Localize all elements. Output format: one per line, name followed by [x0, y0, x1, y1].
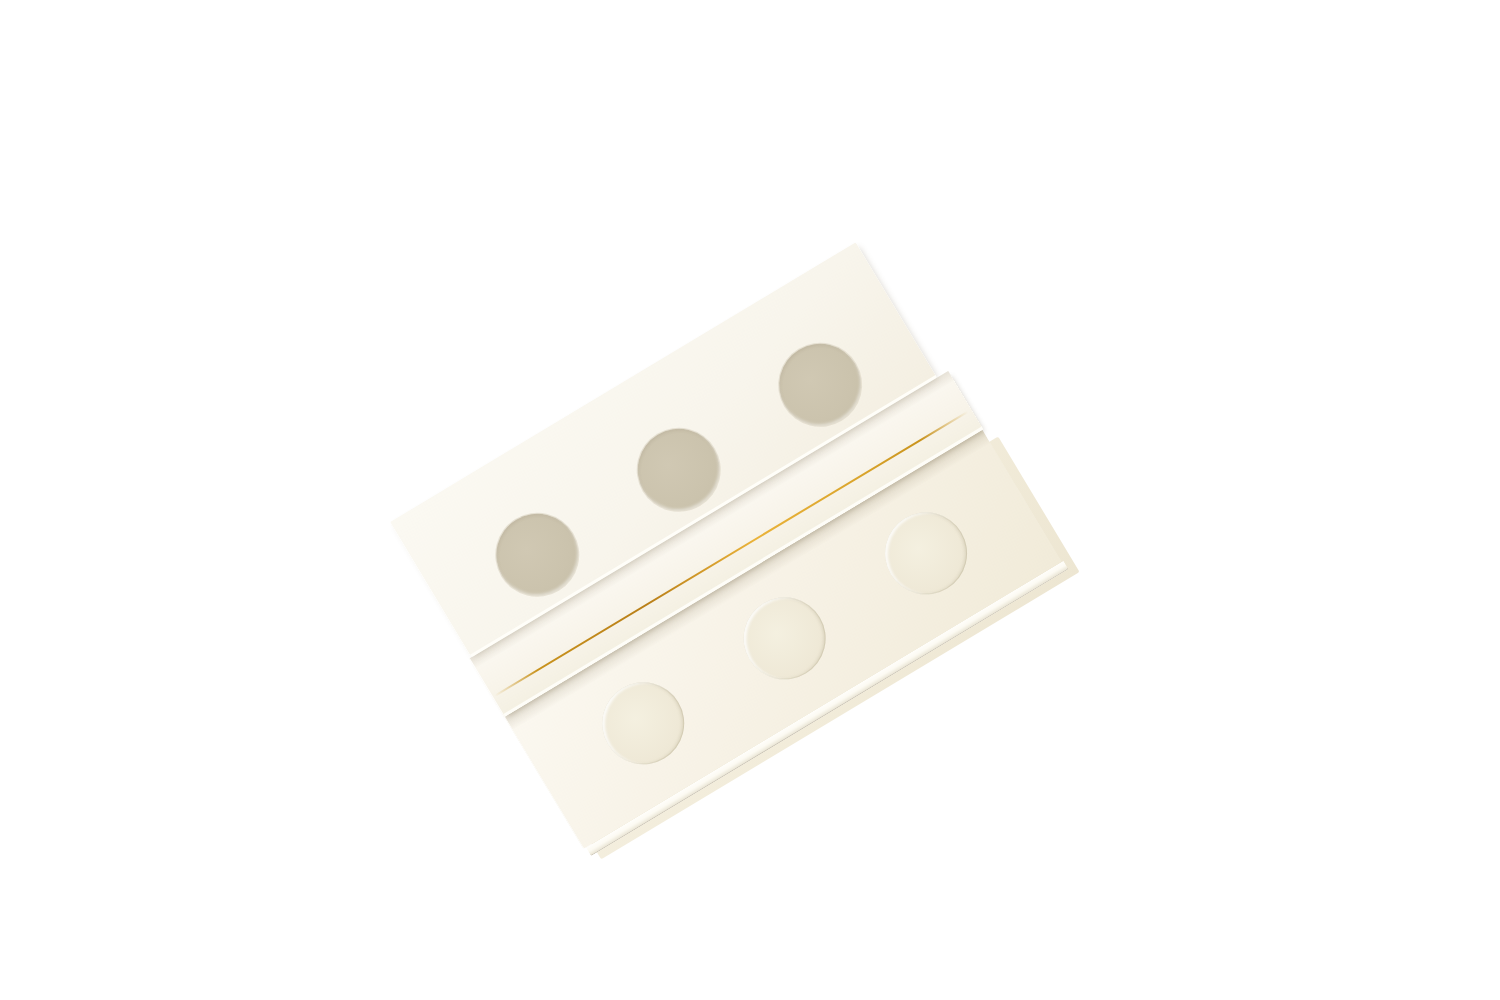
domino-tile	[388, 230, 1083, 866]
pip-hole	[728, 582, 841, 695]
photo-canvas	[0, 0, 1500, 1000]
pip-hole	[870, 497, 983, 610]
pip-hole	[587, 667, 700, 780]
